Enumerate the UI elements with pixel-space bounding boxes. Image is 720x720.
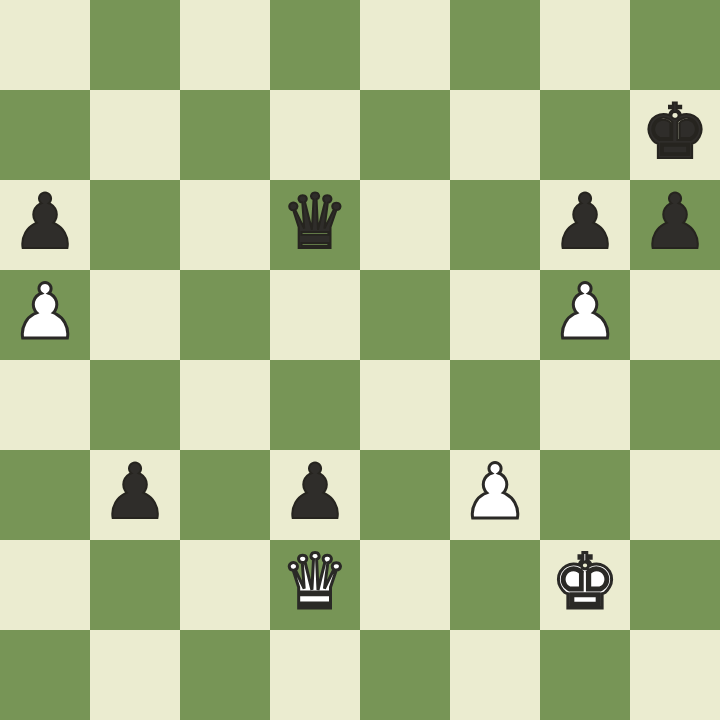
square-e8[interactable] xyxy=(360,0,450,90)
square-g5[interactable]: ♟ xyxy=(540,270,630,360)
square-a6[interactable]: ♟ xyxy=(0,180,90,270)
square-f7[interactable] xyxy=(450,90,540,180)
square-f8[interactable] xyxy=(450,0,540,90)
square-a2[interactable] xyxy=(0,540,90,630)
black-pawn-piece[interactable]: ♟ xyxy=(101,454,169,530)
square-h6[interactable]: ♟ xyxy=(630,180,720,270)
square-a3[interactable] xyxy=(0,450,90,540)
square-h1[interactable] xyxy=(630,630,720,720)
square-d1[interactable] xyxy=(270,630,360,720)
square-g2[interactable]: ♚ xyxy=(540,540,630,630)
square-e1[interactable] xyxy=(360,630,450,720)
square-b2[interactable] xyxy=(90,540,180,630)
white-king-piece[interactable]: ♚ xyxy=(551,544,619,620)
square-f5[interactable] xyxy=(450,270,540,360)
square-e7[interactable] xyxy=(360,90,450,180)
square-c4[interactable] xyxy=(180,360,270,450)
square-h4[interactable] xyxy=(630,360,720,450)
black-king-piece[interactable]: ♚ xyxy=(641,94,709,170)
square-f4[interactable] xyxy=(450,360,540,450)
square-g3[interactable] xyxy=(540,450,630,540)
square-b7[interactable] xyxy=(90,90,180,180)
square-a8[interactable] xyxy=(0,0,90,90)
square-g7[interactable] xyxy=(540,90,630,180)
square-c3[interactable] xyxy=(180,450,270,540)
square-c1[interactable] xyxy=(180,630,270,720)
square-d6[interactable]: ♛ xyxy=(270,180,360,270)
white-pawn-piece[interactable]: ♟ xyxy=(461,454,529,530)
square-c5[interactable] xyxy=(180,270,270,360)
square-c6[interactable] xyxy=(180,180,270,270)
square-g1[interactable] xyxy=(540,630,630,720)
square-a5[interactable]: ♟ xyxy=(0,270,90,360)
square-d4[interactable] xyxy=(270,360,360,450)
square-h2[interactable] xyxy=(630,540,720,630)
square-g6[interactable]: ♟ xyxy=(540,180,630,270)
square-b5[interactable] xyxy=(90,270,180,360)
square-c7[interactable] xyxy=(180,90,270,180)
square-c8[interactable] xyxy=(180,0,270,90)
square-d7[interactable] xyxy=(270,90,360,180)
white-pawn-piece[interactable]: ♟ xyxy=(11,274,79,350)
square-a1[interactable] xyxy=(0,630,90,720)
square-g4[interactable] xyxy=(540,360,630,450)
square-b6[interactable] xyxy=(90,180,180,270)
white-pawn-piece[interactable]: ♟ xyxy=(551,274,619,350)
square-a4[interactable] xyxy=(0,360,90,450)
square-f3[interactable]: ♟ xyxy=(450,450,540,540)
square-h5[interactable] xyxy=(630,270,720,360)
square-d8[interactable] xyxy=(270,0,360,90)
square-h3[interactable] xyxy=(630,450,720,540)
square-d2[interactable]: ♛ xyxy=(270,540,360,630)
black-pawn-piece[interactable]: ♟ xyxy=(281,454,349,530)
square-d5[interactable] xyxy=(270,270,360,360)
black-queen-piece[interactable]: ♛ xyxy=(281,184,349,260)
square-d3[interactable]: ♟ xyxy=(270,450,360,540)
square-e2[interactable] xyxy=(360,540,450,630)
square-f2[interactable] xyxy=(450,540,540,630)
square-f1[interactable] xyxy=(450,630,540,720)
black-pawn-piece[interactable]: ♟ xyxy=(551,184,619,260)
square-b3[interactable]: ♟ xyxy=(90,450,180,540)
square-b1[interactable] xyxy=(90,630,180,720)
chess-board: ♚♟♛♟♟♟♟♟♟♟♛♚ xyxy=(0,0,720,720)
square-e6[interactable] xyxy=(360,180,450,270)
square-b4[interactable] xyxy=(90,360,180,450)
square-e4[interactable] xyxy=(360,360,450,450)
square-f6[interactable] xyxy=(450,180,540,270)
square-e5[interactable] xyxy=(360,270,450,360)
white-queen-piece[interactable]: ♛ xyxy=(281,544,349,620)
square-c2[interactable] xyxy=(180,540,270,630)
square-g8[interactable] xyxy=(540,0,630,90)
square-a7[interactable] xyxy=(0,90,90,180)
square-b8[interactable] xyxy=(90,0,180,90)
black-pawn-piece[interactable]: ♟ xyxy=(641,184,709,260)
square-e3[interactable] xyxy=(360,450,450,540)
black-pawn-piece[interactable]: ♟ xyxy=(11,184,79,260)
square-h8[interactable] xyxy=(630,0,720,90)
square-h7[interactable]: ♚ xyxy=(630,90,720,180)
